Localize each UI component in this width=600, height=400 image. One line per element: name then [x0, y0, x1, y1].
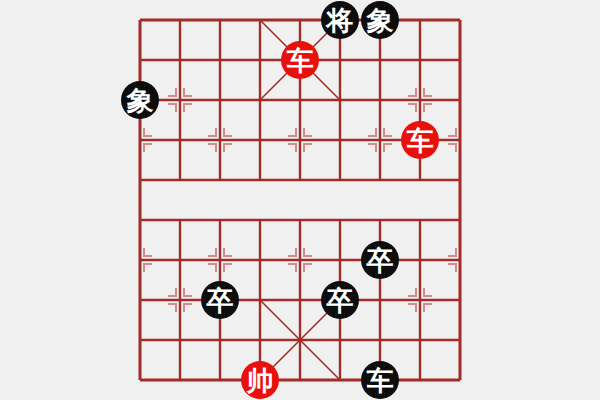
xiangqi-board: 将象车象车卒卒卒帅车: [0, 0, 600, 400]
piece-black-general[interactable]: 将: [321, 1, 359, 39]
piece-red-chariot[interactable]: 车: [281, 41, 319, 79]
piece-black-elephant[interactable]: 象: [361, 1, 399, 39]
piece-black-chariot[interactable]: 车: [361, 361, 399, 399]
piece-red-general[interactable]: 帅: [241, 361, 279, 399]
piece-black-soldier[interactable]: 卒: [201, 281, 239, 319]
piece-black-elephant[interactable]: 象: [121, 81, 159, 119]
piece-black-soldier[interactable]: 卒: [321, 281, 359, 319]
piece-red-chariot[interactable]: 车: [401, 121, 439, 159]
piece-grid: 将象车象车卒卒卒帅车: [120, 0, 480, 400]
piece-black-soldier[interactable]: 卒: [361, 241, 399, 279]
